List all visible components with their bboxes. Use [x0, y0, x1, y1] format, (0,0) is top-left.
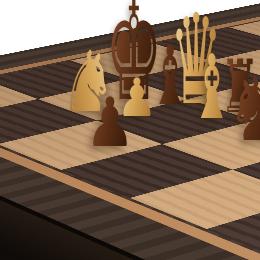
black-pawn[interactable]: ♟	[85, 89, 135, 157]
black-knight[interactable]: ♞	[225, 66, 260, 154]
chess-photo-scene: ♞♚♟♟♝♛♝♜♞	[0, 0, 260, 260]
pieces-layer: ♞♚♟♟♝♛♝♜♞	[0, 0, 260, 260]
